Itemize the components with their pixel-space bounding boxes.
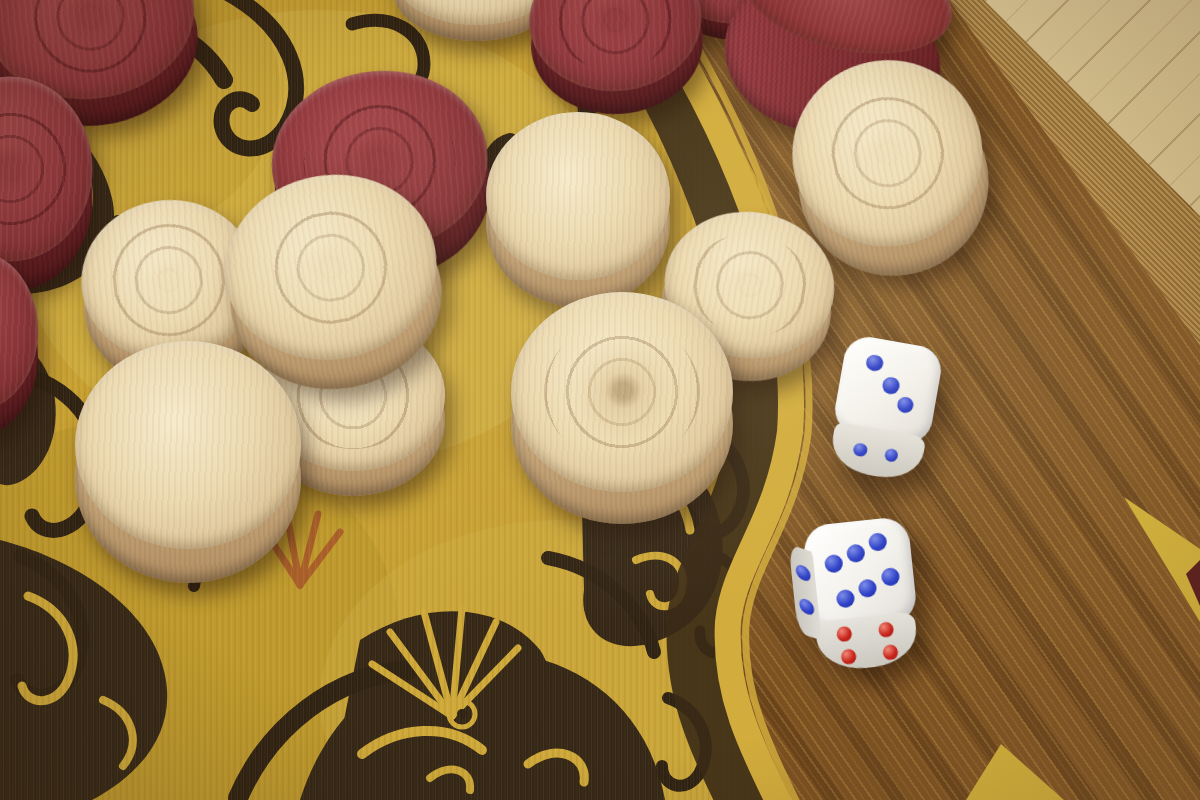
checker-top [75,341,301,549]
die-pip [795,563,812,583]
grain-sheen [511,292,733,492]
die-lower [802,516,918,632]
checker-top [511,292,733,492]
checker-red-left-lower [0,263,38,421]
die-pip [896,395,915,414]
photo-stage [0,0,1200,800]
die-pip [840,649,856,665]
grain-sheen [75,341,301,549]
checker-cream-center-large [511,306,733,506]
die-pip [868,532,888,552]
die-pip [881,376,900,395]
die-pip [836,589,856,609]
checker-red-top-center [525,0,706,107]
checker-cream-top-center [486,124,670,292]
die-pip [823,554,843,574]
die-pip [883,447,899,463]
die-pip [858,578,878,598]
die-pip [798,597,815,617]
gold-point-right [1124,497,1200,622]
grain-sheen [486,112,670,280]
die-pip [865,353,884,372]
checker-cream-front [75,356,301,564]
die-pip [882,644,898,660]
die-upper [831,333,945,447]
die-pip [853,442,869,458]
checker-top [486,112,670,280]
die-pip [878,621,894,637]
die-pip [836,626,852,642]
die-pip [846,543,866,563]
gold-point-bottom [966,744,1064,800]
die-pip [880,567,900,587]
